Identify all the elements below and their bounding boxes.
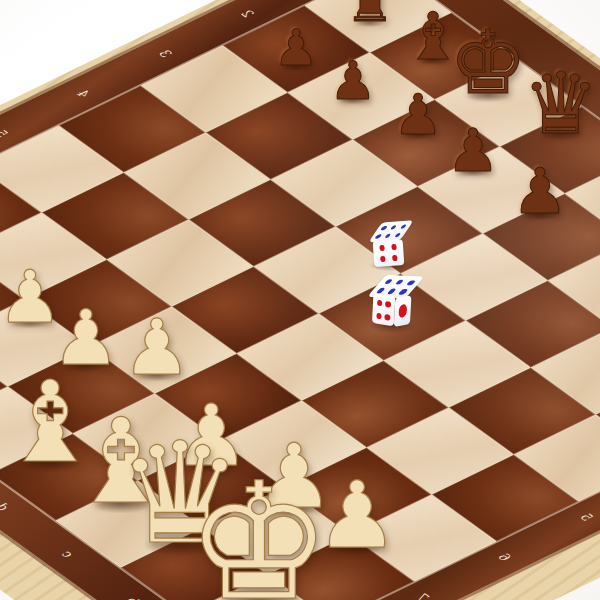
chess-set-photo: 1122334455667788abcdefgh ♜♝♚♛♟♟♟♟♟♟♚♛♝♝♟… xyxy=(0,0,600,600)
rank-label-aside-6-text: 6 xyxy=(494,551,515,563)
rank-label-hside-2-text: 2 xyxy=(237,8,258,20)
file-label-b-text: b xyxy=(122,595,143,600)
rank-label-aside-5-text: 5 xyxy=(576,511,597,523)
rank-label-hside-4-text: 4 xyxy=(73,88,94,100)
file-label-c-text: c xyxy=(57,548,77,559)
rank-label-hside-5-text: 5 xyxy=(0,128,12,140)
rank-label-hside-3-text: 3 xyxy=(155,48,176,60)
file-label-d-text: d xyxy=(0,501,13,513)
chess-board: 1122334455667788abcdefgh xyxy=(0,0,600,600)
rank-label-aside-7-text: 7 xyxy=(412,591,433,600)
